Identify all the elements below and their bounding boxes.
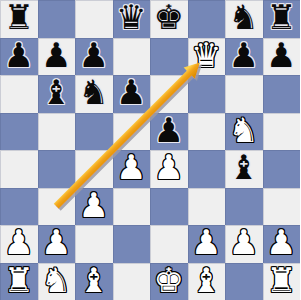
piece-black-pawn-d6[interactable]: ♟ xyxy=(116,74,146,112)
square-c5[interactable] xyxy=(75,113,113,151)
square-d1[interactable] xyxy=(113,263,151,300)
square-b8[interactable] xyxy=(38,0,76,38)
square-d7[interactable] xyxy=(113,38,151,76)
square-d6[interactable]: ♟ xyxy=(113,75,151,113)
square-h1[interactable]: ♜ xyxy=(263,263,301,300)
piece-black-knight-g8[interactable]: ♞ xyxy=(229,0,259,37)
square-d3[interactable] xyxy=(113,188,151,226)
piece-white-king-e1[interactable]: ♚ xyxy=(154,262,184,300)
square-h6[interactable] xyxy=(263,75,301,113)
square-c8[interactable] xyxy=(75,0,113,38)
piece-black-knight-c6[interactable]: ♞ xyxy=(79,74,109,112)
piece-black-pawn-c7[interactable]: ♟ xyxy=(79,37,109,75)
square-f3[interactable] xyxy=(188,188,226,226)
piece-black-bishop-g4[interactable]: ♝ xyxy=(229,149,259,187)
square-b5[interactable] xyxy=(38,113,76,151)
square-d2[interactable] xyxy=(113,225,151,263)
square-e2[interactable] xyxy=(150,225,188,263)
square-f1[interactable]: ♝ xyxy=(188,263,226,300)
piece-black-rook-h8[interactable]: ♜ xyxy=(266,0,296,37)
square-h4[interactable] xyxy=(263,150,301,188)
piece-white-knight-g5[interactable]: ♞ xyxy=(229,112,259,150)
square-c3[interactable]: ♟ xyxy=(75,188,113,226)
piece-black-rook-a8[interactable]: ♜ xyxy=(4,0,34,37)
piece-white-pawn-f2[interactable]: ♟ xyxy=(191,224,221,262)
piece-white-pawn-c3[interactable]: ♟ xyxy=(79,187,109,225)
square-c6[interactable]: ♞ xyxy=(75,75,113,113)
piece-white-pawn-d4[interactable]: ♟ xyxy=(116,149,146,187)
square-b6[interactable]: ♝ xyxy=(38,75,76,113)
square-e6[interactable] xyxy=(150,75,188,113)
square-e1[interactable]: ♚ xyxy=(150,263,188,300)
square-g8[interactable]: ♞ xyxy=(225,0,263,38)
piece-white-rook-a1[interactable]: ♜ xyxy=(4,262,34,300)
square-g3[interactable] xyxy=(225,188,263,226)
square-d4[interactable]: ♟ xyxy=(113,150,151,188)
piece-black-pawn-a7[interactable]: ♟ xyxy=(4,37,34,75)
square-g2[interactable]: ♟ xyxy=(225,225,263,263)
square-g5[interactable]: ♞ xyxy=(225,113,263,151)
square-a8[interactable]: ♜ xyxy=(0,0,38,38)
square-e4[interactable]: ♟ xyxy=(150,150,188,188)
piece-white-pawn-h2[interactable]: ♟ xyxy=(266,224,296,262)
square-e5[interactable]: ♟ xyxy=(150,113,188,151)
square-h5[interactable] xyxy=(263,113,301,151)
square-f7[interactable]: ♛ xyxy=(188,38,226,76)
piece-black-king-e8[interactable]: ♚ xyxy=(154,0,184,37)
square-g7[interactable]: ♟ xyxy=(225,38,263,76)
square-c2[interactable] xyxy=(75,225,113,263)
square-h7[interactable]: ♟ xyxy=(263,38,301,76)
square-b7[interactable]: ♟ xyxy=(38,38,76,76)
piece-white-rook-h1[interactable]: ♜ xyxy=(266,262,296,300)
square-d5[interactable] xyxy=(113,113,151,151)
piece-white-pawn-g2[interactable]: ♟ xyxy=(229,224,259,262)
square-a5[interactable] xyxy=(0,113,38,151)
piece-black-bishop-b6[interactable]: ♝ xyxy=(41,74,71,112)
piece-black-pawn-h7[interactable]: ♟ xyxy=(266,37,296,75)
square-a7[interactable]: ♟ xyxy=(0,38,38,76)
piece-black-pawn-e5[interactable]: ♟ xyxy=(154,112,184,150)
square-c7[interactable]: ♟ xyxy=(75,38,113,76)
piece-black-pawn-b7[interactable]: ♟ xyxy=(41,37,71,75)
square-b2[interactable]: ♟ xyxy=(38,225,76,263)
square-b1[interactable]: ♞ xyxy=(38,263,76,300)
piece-white-knight-b1[interactable]: ♞ xyxy=(41,262,71,300)
piece-white-pawn-b2[interactable]: ♟ xyxy=(41,224,71,262)
square-f5[interactable] xyxy=(188,113,226,151)
square-d8[interactable]: ♛ xyxy=(113,0,151,38)
square-h2[interactable]: ♟ xyxy=(263,225,301,263)
square-h3[interactable] xyxy=(263,188,301,226)
square-g1[interactable] xyxy=(225,263,263,300)
square-c4[interactable] xyxy=(75,150,113,188)
square-f4[interactable] xyxy=(188,150,226,188)
piece-white-bishop-c1[interactable]: ♝ xyxy=(79,262,109,300)
square-e7[interactable] xyxy=(150,38,188,76)
square-g6[interactable] xyxy=(225,75,263,113)
square-e3[interactable] xyxy=(150,188,188,226)
piece-black-pawn-g7[interactable]: ♟ xyxy=(229,37,259,75)
chess-board: ♜♛♚♞♜♟♟♟♛♟♟♝♞♟♟♞♟♟♝♟♟♟♟♟♟♜♞♝♚♝♜ xyxy=(0,0,300,300)
piece-white-queen-f7[interactable]: ♛ xyxy=(191,37,221,75)
square-a1[interactable]: ♜ xyxy=(0,263,38,300)
square-b4[interactable] xyxy=(38,150,76,188)
piece-white-pawn-a2[interactable]: ♟ xyxy=(4,224,34,262)
square-b3[interactable] xyxy=(38,188,76,226)
square-a4[interactable] xyxy=(0,150,38,188)
square-f6[interactable] xyxy=(188,75,226,113)
piece-white-bishop-f1[interactable]: ♝ xyxy=(191,262,221,300)
square-f8[interactable] xyxy=(188,0,226,38)
square-a2[interactable]: ♟ xyxy=(0,225,38,263)
square-g4[interactable]: ♝ xyxy=(225,150,263,188)
square-a3[interactable] xyxy=(0,188,38,226)
piece-black-queen-d8[interactable]: ♛ xyxy=(116,0,146,37)
square-h8[interactable]: ♜ xyxy=(263,0,301,38)
square-f2[interactable]: ♟ xyxy=(188,225,226,263)
square-c1[interactable]: ♝ xyxy=(75,263,113,300)
square-a6[interactable] xyxy=(0,75,38,113)
piece-white-pawn-e4[interactable]: ♟ xyxy=(154,149,184,187)
square-e8[interactable]: ♚ xyxy=(150,0,188,38)
